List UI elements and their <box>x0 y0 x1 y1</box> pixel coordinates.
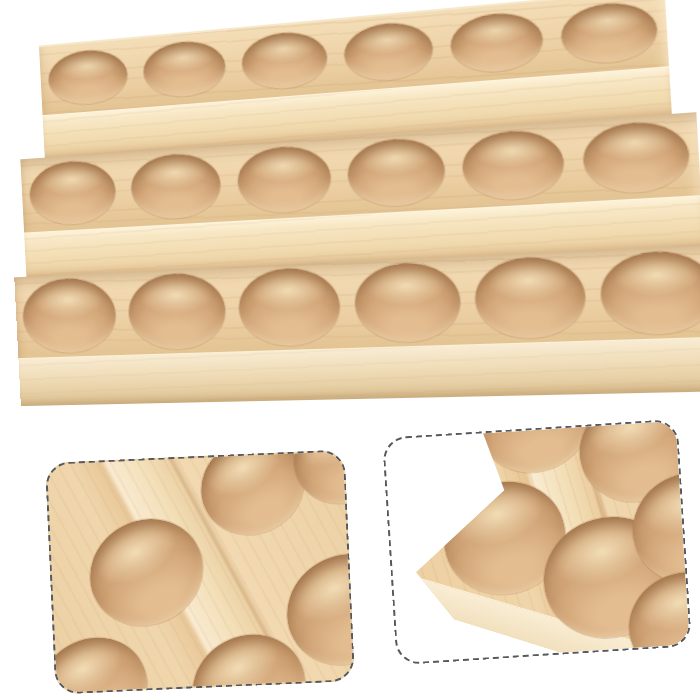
detail-view-corner-closeup <box>382 419 692 666</box>
pit <box>241 29 329 91</box>
pit <box>29 159 117 227</box>
pit-partial <box>45 619 165 695</box>
pit <box>130 151 222 220</box>
pit <box>599 249 700 336</box>
pit <box>127 272 227 351</box>
pit <box>449 10 544 75</box>
product-photo-canvas <box>0 0 700 700</box>
pit <box>582 119 691 195</box>
pit <box>47 47 128 107</box>
pit <box>71 499 222 645</box>
wooden-pit-board <box>2 0 700 409</box>
pit <box>347 136 447 209</box>
pit <box>236 144 332 215</box>
pit <box>142 38 226 99</box>
pit <box>353 261 462 344</box>
pit <box>560 0 659 66</box>
pit <box>343 20 434 84</box>
pit <box>473 255 587 340</box>
pit <box>462 128 566 202</box>
closeup-board-corner <box>384 421 690 663</box>
pit <box>21 277 117 355</box>
detail-view-pits-closeup <box>45 449 355 694</box>
pit <box>238 266 342 347</box>
